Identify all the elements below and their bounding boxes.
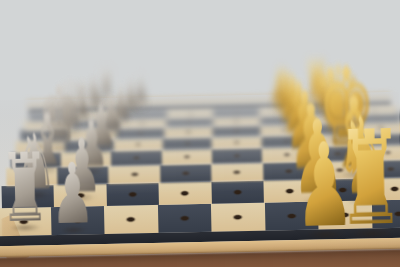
peg-hole [125,216,136,223]
peg-hole [232,170,241,175]
peg-hole [188,113,193,115]
board-square [212,136,261,149]
chess-board: ♜♞♝♛♚♝♞♜♟♟♟♟♟♟♟♟♟♟♟♟♟♟♟♟♜♞♝♛♚♝♞♜ [0,0,400,267]
board-square [211,163,263,182]
board-square [104,205,158,234]
board-square [213,109,259,117]
peg-hole [181,171,190,176]
peg-hole [137,131,144,134]
peg-hole [186,121,192,123]
peg-hole [132,156,140,160]
photo-backdrop: ♜♞♝♛♚♝♞♜♟♟♟♟♟♟♟♟♟♟♟♟♟♟♟♟♜♞♝♛♚♝♞♜ [0,0,400,267]
board-square [161,149,212,165]
board-square [106,183,159,206]
peg-hole [233,141,240,144]
peg-hole [185,130,192,133]
board-square [164,126,212,138]
chess-piece-rook: ♜ [335,113,400,245]
peg-hole [233,129,240,132]
peg-hole [142,114,147,116]
board-square [212,125,260,137]
peg-hole [179,215,190,222]
board-square [160,164,212,183]
peg-hole [232,214,243,221]
board-square [157,204,211,233]
board-square [213,116,260,126]
peg-hole [232,189,242,194]
chess-piece-pawn: ♟ [50,153,95,238]
board-square [163,137,212,150]
board-square [109,165,161,184]
peg-hole [184,142,191,145]
board-square [166,117,213,127]
peg-hole [130,172,139,177]
board-square [211,181,264,204]
board-square [212,148,263,164]
peg-hole [233,120,239,122]
peg-hole [128,192,138,197]
peg-hole [139,122,145,124]
peg-hole [234,112,239,114]
chess-piece-rook: ♜ [0,140,50,236]
peg-hole [182,155,190,159]
board-square [167,110,213,118]
peg-hole [180,191,190,196]
peg-hole [233,154,241,158]
board-square [111,150,162,166]
board-square [211,203,265,232]
peg-hole [135,143,142,146]
board-square [159,182,212,205]
